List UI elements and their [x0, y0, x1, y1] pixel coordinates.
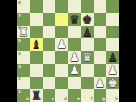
black-king-f7[interactable]: ♚	[81, 13, 94, 26]
square-h8[interactable]	[106, 0, 119, 13]
white-rook-a6[interactable]: ♜	[17, 26, 30, 39]
square-b1[interactable]: b♜	[30, 89, 43, 102]
square-a5[interactable]: 5	[17, 38, 30, 51]
square-c8[interactable]	[43, 0, 56, 13]
square-f2[interactable]	[81, 77, 94, 90]
rank-label-1: 1	[18, 90, 21, 94]
square-g4[interactable]	[94, 51, 107, 64]
square-d5[interactable]: ♟	[55, 38, 68, 51]
square-g2[interactable]: ♟	[94, 77, 107, 90]
file-label-d: d	[64, 97, 67, 101]
square-a3[interactable]: 3	[17, 64, 30, 77]
square-d1[interactable]: d	[55, 89, 68, 102]
rank-label-2: 2	[18, 77, 21, 81]
square-a4[interactable]: 4	[17, 51, 30, 64]
square-g5[interactable]	[94, 38, 107, 51]
app-background: 87♛♚6♜♟5♝♟4♟♛♟3♟♟2♟♚1ab♜cdefgh	[0, 0, 136, 102]
file-label-f: f	[91, 97, 93, 101]
square-h2[interactable]: ♚	[106, 77, 119, 90]
chess-board: 87♛♚6♜♟5♝♟4♟♛♟3♟♟2♟♚1ab♜cdefgh	[17, 0, 119, 102]
square-f6[interactable]: ♟	[81, 26, 94, 39]
square-c7[interactable]	[43, 13, 56, 26]
white-pawn-e3[interactable]: ♟	[68, 64, 81, 77]
square-b4[interactable]	[30, 51, 43, 64]
rank-label-8: 8	[18, 1, 21, 5]
square-h7[interactable]	[106, 13, 119, 26]
square-c4[interactable]	[43, 51, 56, 64]
white-pawn-g2[interactable]: ♟	[94, 77, 107, 90]
square-a6[interactable]: 6♜	[17, 26, 30, 39]
file-label-h: h	[115, 97, 118, 101]
square-e6[interactable]	[68, 26, 81, 39]
square-d8[interactable]	[55, 0, 68, 13]
square-c6[interactable]	[43, 26, 56, 39]
rank-label-7: 7	[18, 14, 21, 18]
square-d4[interactable]	[55, 51, 68, 64]
square-a1[interactable]: 1a	[17, 89, 30, 102]
square-b8[interactable]	[30, 0, 43, 13]
square-e1[interactable]: e	[68, 89, 81, 102]
square-f3[interactable]	[81, 64, 94, 77]
square-e2[interactable]	[68, 77, 81, 90]
black-rook-b1[interactable]: ♜	[30, 89, 43, 102]
rank-label-4: 4	[18, 52, 21, 56]
file-label-g: g	[102, 97, 105, 101]
square-g6[interactable]	[94, 26, 107, 39]
file-label-e: e	[77, 97, 80, 101]
white-pawn-h3[interactable]: ♟	[106, 64, 119, 77]
square-d7[interactable]	[55, 13, 68, 26]
square-a7[interactable]: 7	[17, 13, 30, 26]
file-label-c: c	[52, 97, 54, 101]
square-e4[interactable]: ♟	[68, 51, 81, 64]
rank-label-5: 5	[18, 39, 21, 43]
square-c5[interactable]	[43, 38, 56, 51]
square-a2[interactable]: 2	[17, 77, 30, 90]
square-g3[interactable]	[94, 64, 107, 77]
square-f4[interactable]: ♛	[81, 51, 94, 64]
black-queen-e7[interactable]: ♛	[68, 13, 81, 26]
white-king-h2[interactable]: ♚	[106, 77, 119, 90]
square-c1[interactable]: c	[43, 89, 56, 102]
square-a8[interactable]: 8	[17, 0, 30, 13]
square-e7[interactable]: ♛	[68, 13, 81, 26]
square-c3[interactable]	[43, 64, 56, 77]
rank-label-3: 3	[18, 65, 21, 69]
square-g8[interactable]	[94, 0, 107, 13]
square-f1[interactable]: f	[81, 89, 94, 102]
white-queen-f4[interactable]: ♛	[81, 51, 94, 64]
square-c2[interactable]	[43, 77, 56, 90]
black-pawn-f6[interactable]: ♟	[81, 26, 94, 39]
square-d2[interactable]	[55, 77, 68, 90]
square-b3[interactable]	[30, 64, 43, 77]
square-b7[interactable]	[30, 13, 43, 26]
file-label-a: a	[26, 97, 29, 101]
black-bishop-b5[interactable]: ♝	[30, 38, 43, 51]
white-pawn-d5[interactable]: ♟	[55, 38, 68, 51]
square-e8[interactable]	[68, 0, 81, 13]
square-g1[interactable]: g	[94, 89, 107, 102]
square-b5[interactable]: ♝	[30, 38, 43, 51]
square-g7[interactable]	[94, 13, 107, 26]
white-pawn-e4[interactable]: ♟	[68, 51, 81, 64]
square-h6[interactable]	[106, 26, 119, 39]
square-e3[interactable]: ♟	[68, 64, 81, 77]
square-h1[interactable]: h	[106, 89, 119, 102]
square-d3[interactable]	[55, 64, 68, 77]
square-h3[interactable]: ♟	[106, 64, 119, 77]
square-f8[interactable]	[81, 0, 94, 13]
square-f7[interactable]: ♚	[81, 13, 94, 26]
black-pawn-h4[interactable]: ♟	[106, 51, 119, 64]
square-h4[interactable]: ♟	[106, 51, 119, 64]
